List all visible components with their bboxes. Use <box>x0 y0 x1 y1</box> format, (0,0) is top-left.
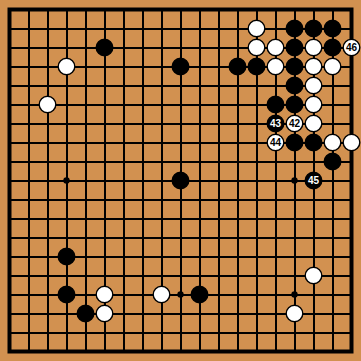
black-stone[interactable] <box>324 39 341 56</box>
white-stone[interactable] <box>267 58 284 75</box>
black-stone[interactable] <box>324 153 341 170</box>
star-point <box>177 291 183 297</box>
black-stone[interactable] <box>229 58 246 75</box>
move-45-stone[interactable] <box>305 172 322 189</box>
white-stone[interactable] <box>39 96 56 113</box>
black-stone[interactable] <box>96 39 113 56</box>
black-stone[interactable] <box>77 305 94 322</box>
black-stone[interactable] <box>286 20 303 37</box>
star-point <box>291 177 297 183</box>
white-stone[interactable] <box>58 58 75 75</box>
black-stone[interactable] <box>172 172 189 189</box>
white-stone[interactable] <box>96 305 113 322</box>
black-stone[interactable] <box>267 96 284 113</box>
white-stone[interactable] <box>248 20 265 37</box>
move-42-stone[interactable] <box>286 115 303 132</box>
white-stone[interactable] <box>248 39 265 56</box>
white-stone[interactable] <box>324 58 341 75</box>
white-stone[interactable] <box>305 39 322 56</box>
star-point <box>63 177 69 183</box>
black-stone[interactable] <box>248 58 265 75</box>
black-stone[interactable] <box>286 96 303 113</box>
black-stone[interactable] <box>324 20 341 37</box>
white-stone[interactable] <box>305 58 322 75</box>
white-stone[interactable] <box>305 267 322 284</box>
black-stone[interactable] <box>286 77 303 94</box>
black-stone[interactable] <box>286 134 303 151</box>
white-stone[interactable] <box>324 134 341 151</box>
white-stone[interactable] <box>96 286 113 303</box>
black-stone[interactable] <box>58 286 75 303</box>
black-stone[interactable] <box>286 58 303 75</box>
white-stone[interactable] <box>305 96 322 113</box>
white-stone[interactable] <box>343 134 360 151</box>
white-stone[interactable] <box>305 77 322 94</box>
black-stone[interactable] <box>286 39 303 56</box>
white-stone[interactable] <box>286 305 303 322</box>
go-board-diagram: 4643424445 <box>0 0 361 361</box>
black-stone[interactable] <box>191 286 208 303</box>
white-stone[interactable] <box>153 286 170 303</box>
black-stone[interactable] <box>305 20 322 37</box>
white-stone[interactable] <box>267 39 284 56</box>
star-point <box>291 291 297 297</box>
black-stone[interactable] <box>305 134 322 151</box>
black-stone[interactable] <box>58 248 75 265</box>
move-44-stone[interactable] <box>267 134 284 151</box>
move-46-stone[interactable] <box>343 39 360 56</box>
black-stone[interactable] <box>172 58 189 75</box>
white-stone[interactable] <box>305 115 322 132</box>
go-board[interactable]: 4643424445 <box>0 0 361 361</box>
move-43-stone[interactable] <box>267 115 284 132</box>
